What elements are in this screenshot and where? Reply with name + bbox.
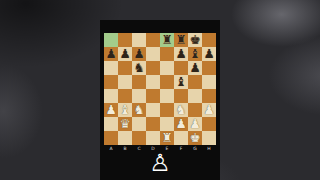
square-a7[interactable]: ♟ [104,47,118,61]
square-a4[interactable] [104,89,118,103]
square-c5[interactable] [132,75,146,89]
square-e5[interactable] [160,75,174,89]
square-h3[interactable]: ♟ [202,103,216,117]
piece-white-king: ♚ [188,131,202,145]
square-h7[interactable]: ♟ [202,47,216,61]
square-b5[interactable] [118,75,132,89]
square-a1[interactable] [104,131,118,145]
square-d5[interactable] [146,75,160,89]
square-f6[interactable] [174,61,188,75]
piece-white-pawn: ♟ [104,103,118,117]
square-c1[interactable] [132,131,146,145]
square-f1[interactable] [174,131,188,145]
square-f7[interactable]: ♟ [174,47,188,61]
square-b1[interactable] [118,131,132,145]
piece-black-pawn: ♟ [118,47,132,61]
square-e7[interactable] [160,47,174,61]
piece-white-rook: ♜ [160,131,174,145]
square-f3[interactable]: ♞ [174,103,188,117]
square-e1[interactable]: ♜ [160,131,174,145]
backdrop-texture: ♜♜♚♟♟♟♟♝♟♞♟♝♟♝♞♞♟♛♟♟♜♚ ABCDEFGH ♙ [0,0,320,180]
square-e4[interactable] [160,89,174,103]
square-f4[interactable] [174,89,188,103]
piece-white-pawn: ♟ [174,117,188,131]
square-a8[interactable] [104,33,118,47]
square-h5[interactable] [202,75,216,89]
square-e8[interactable]: ♜ [160,33,174,47]
square-b3[interactable]: ♝ [118,103,132,117]
square-c7[interactable]: ♟ [132,47,146,61]
square-g7[interactable]: ♝ [188,47,202,61]
square-d4[interactable] [146,89,160,103]
square-b8[interactable] [118,33,132,47]
square-g2[interactable]: ♟ [188,117,202,131]
square-d8[interactable] [146,33,160,47]
square-c6[interactable]: ♞ [132,61,146,75]
square-h1[interactable] [202,131,216,145]
square-h4[interactable] [202,89,216,103]
piece-white-pawn: ♟ [188,117,202,131]
square-f2[interactable]: ♟ [174,117,188,131]
square-d3[interactable] [146,103,160,117]
square-f5[interactable]: ♝ [174,75,188,89]
side-to-move-pawn-icon: ♙ [100,148,220,180]
square-g6[interactable]: ♟ [188,61,202,75]
square-h6[interactable] [202,61,216,75]
piece-white-queen: ♛ [118,117,132,131]
piece-black-pawn: ♟ [132,47,146,61]
square-b2[interactable]: ♛ [118,117,132,131]
chess-board: ♜♜♚♟♟♟♟♝♟♞♟♝♟♝♞♞♟♛♟♟♜♚ [104,33,216,145]
square-a5[interactable] [104,75,118,89]
piece-black-pawn: ♟ [174,47,188,61]
square-d6[interactable] [146,61,160,75]
square-e2[interactable] [160,117,174,131]
piece-black-pawn: ♟ [104,47,118,61]
square-g4[interactable] [188,89,202,103]
square-g5[interactable] [188,75,202,89]
piece-black-rook: ♜ [160,33,174,47]
square-e3[interactable] [160,103,174,117]
piece-black-knight: ♞ [132,61,146,75]
square-g1[interactable]: ♚ [188,131,202,145]
piece-black-bishop: ♝ [188,47,202,61]
square-d7[interactable] [146,47,160,61]
square-f8[interactable]: ♜ [174,33,188,47]
piece-white-knight: ♞ [174,103,188,117]
square-a3[interactable]: ♟ [104,103,118,117]
piece-white-bishop: ♝ [118,103,132,117]
piece-black-pawn: ♟ [202,47,216,61]
square-d1[interactable] [146,131,160,145]
square-c4[interactable] [132,89,146,103]
square-b7[interactable]: ♟ [118,47,132,61]
square-g3[interactable] [188,103,202,117]
piece-white-pawn: ♟ [202,103,216,117]
square-c3[interactable]: ♞ [132,103,146,117]
chess-app-panel: ♜♜♚♟♟♟♟♝♟♞♟♝♟♝♞♞♟♛♟♟♜♚ ABCDEFGH ♙ [100,20,220,180]
square-c8[interactable] [132,33,146,47]
piece-black-bishop: ♝ [174,75,188,89]
square-b4[interactable] [118,89,132,103]
square-a2[interactable] [104,117,118,131]
square-a6[interactable] [104,61,118,75]
square-g8[interactable]: ♚ [188,33,202,47]
square-h2[interactable] [202,117,216,131]
square-e6[interactable] [160,61,174,75]
piece-white-knight: ♞ [132,103,146,117]
square-b6[interactable] [118,61,132,75]
square-c2[interactable] [132,117,146,131]
piece-black-rook: ♜ [174,33,188,47]
square-h8[interactable] [202,33,216,47]
piece-black-pawn: ♟ [188,61,202,75]
square-d2[interactable] [146,117,160,131]
piece-black-king: ♚ [188,33,202,47]
